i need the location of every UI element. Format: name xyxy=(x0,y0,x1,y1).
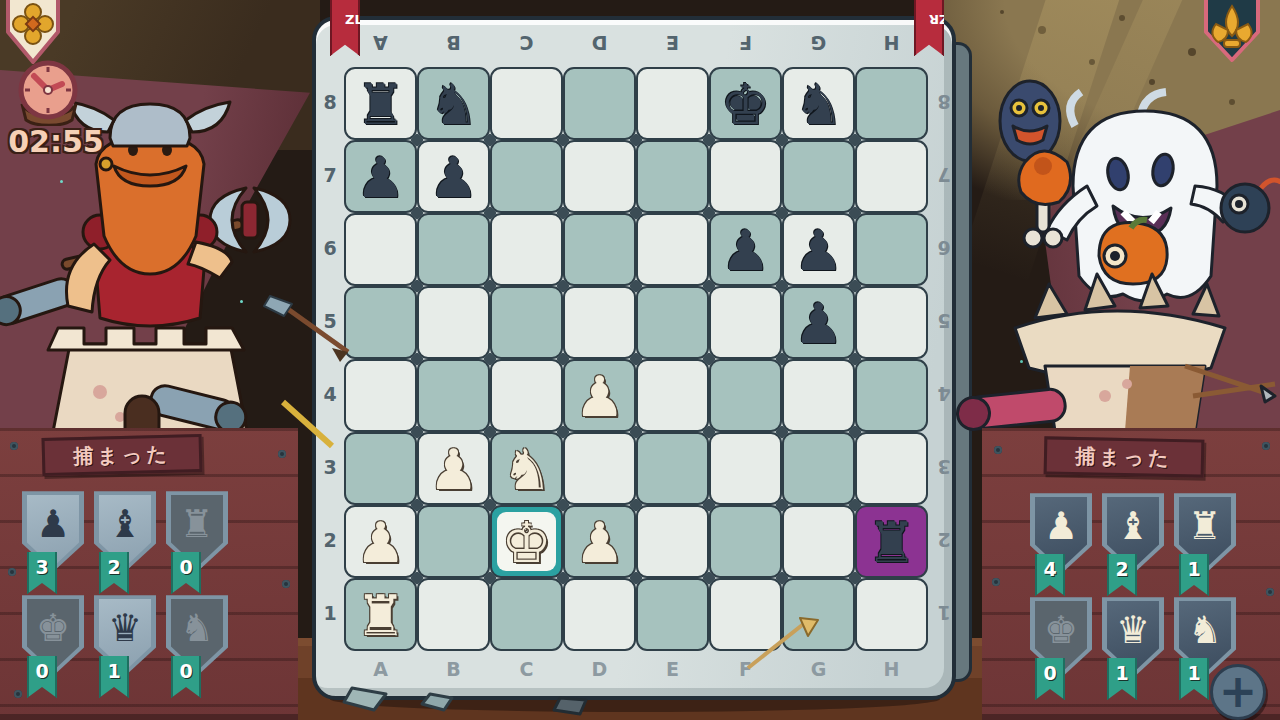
game-stage: ♜♞♚♞♟♟♟♟♟♟♟♞♟♚♟♜♜ AABBCCDDEEFFGGHH887766… xyxy=(0,0,1280,720)
square-d2[interactable]: ♟ xyxy=(563,505,636,578)
white-rook: ♜ xyxy=(346,580,415,649)
rank-label-right-6: 6 xyxy=(932,237,956,259)
captured-count-white-king: 0 xyxy=(1035,658,1065,700)
captured-badge-black-bishop: ♝2 xyxy=(94,488,156,608)
white-pawn: ♟ xyxy=(419,434,488,503)
square-g3[interactable] xyxy=(782,432,855,505)
rank-label-right-8: 8 xyxy=(932,91,956,113)
captured-badge-white-pawn: ♟4 xyxy=(1030,490,1092,610)
captured-count-white-pawn: 4 xyxy=(1035,554,1065,596)
square-d8[interactable] xyxy=(563,67,636,140)
nail xyxy=(1262,442,1270,450)
square-h3[interactable] xyxy=(855,432,928,505)
rank-label-left-2: 2 xyxy=(318,529,342,551)
square-d7[interactable] xyxy=(563,140,636,213)
square-c6[interactable] xyxy=(490,213,563,286)
square-b1[interactable] xyxy=(417,578,490,651)
white-pawn: ♟ xyxy=(565,361,634,430)
black-king: ♚ xyxy=(711,69,780,138)
file-label-bottom-c: C xyxy=(490,658,563,680)
square-a3[interactable] xyxy=(344,432,417,505)
rank-label-right-1: 1 xyxy=(932,602,956,624)
black-rook: ♜ xyxy=(346,69,415,138)
square-c7[interactable] xyxy=(490,140,563,213)
square-h8[interactable] xyxy=(855,67,928,140)
captured-badge-black-king: ♚0 xyxy=(22,592,84,712)
captured-badge-black-rook: ♜0 xyxy=(166,488,228,608)
file-label-top-c: C xyxy=(490,32,563,54)
square-c4[interactable] xyxy=(490,359,563,432)
file-label-bottom-h: H xyxy=(855,658,928,680)
nail xyxy=(14,690,22,698)
square-e5[interactable] xyxy=(636,286,709,359)
square-b3[interactable]: ♟ xyxy=(417,432,490,505)
square-e1[interactable] xyxy=(636,578,709,651)
board-slab: ♜♞♚♞♟♟♟♟♟♟♟♞♟♚♟♜♜ AABBCCDDEEFFGGHH887766… xyxy=(312,16,956,700)
black-rook: ♜ xyxy=(857,507,926,576)
square-g6[interactable]: ♟ xyxy=(782,213,855,286)
captured-count-black-knight: 0 xyxy=(171,656,201,698)
square-a6[interactable] xyxy=(344,213,417,286)
square-d5[interactable] xyxy=(563,286,636,359)
square-g1[interactable] xyxy=(782,578,855,651)
captured-badge-white-bishop: ♝2 xyxy=(1102,490,1164,610)
nail xyxy=(994,446,1002,454)
square-a2[interactable]: ♟ xyxy=(344,505,417,578)
square-b4[interactable] xyxy=(417,359,490,432)
timer: 02:55 xyxy=(6,124,106,159)
black-pawn: ♟ xyxy=(346,142,415,211)
square-a8[interactable]: ♜ xyxy=(344,67,417,140)
nail xyxy=(278,450,286,458)
captured-tray-right: 捕まった + ♟4♝2♜1♚0♛1♞1 xyxy=(982,428,1280,720)
captured-count-black-bishop: 2 xyxy=(99,552,129,594)
clock-icon xyxy=(14,56,82,126)
captured-badge-black-pawn: ♟3 xyxy=(22,488,84,608)
rank-label-left-8: 8 xyxy=(318,91,342,113)
white-pawn: ♟ xyxy=(565,507,634,576)
square-e7[interactable] xyxy=(636,140,709,213)
captured-badge-white-queen: ♛1 xyxy=(1102,594,1164,714)
file-label-bottom-b: B xyxy=(417,658,490,680)
square-g8[interactable]: ♞ xyxy=(782,67,855,140)
nail xyxy=(8,568,16,576)
ghost-character xyxy=(955,66,1280,431)
captured-count-white-bishop: 2 xyxy=(1107,554,1137,596)
captured-count-black-king: 0 xyxy=(27,656,57,698)
captured-count-black-queen: 1 xyxy=(99,656,129,698)
captured-badge-black-knight: ♞0 xyxy=(166,592,228,712)
file-label-bottom-f: F xyxy=(709,658,782,680)
captured-tray-title: 捕まった xyxy=(1044,436,1205,477)
square-g4[interactable] xyxy=(782,359,855,432)
rank-label-right-5: 5 xyxy=(932,310,956,332)
black-knight: ♞ xyxy=(784,69,853,138)
square-d3[interactable] xyxy=(563,432,636,505)
captured-badge-white-king: ♚0 xyxy=(1030,594,1092,714)
rank-label-right-2: 2 xyxy=(932,529,956,551)
square-a5[interactable] xyxy=(344,286,417,359)
file-label-top-b: B xyxy=(417,32,490,54)
square-c8[interactable] xyxy=(490,67,563,140)
board-grid: ♜♞♚♞♟♟♟♟♟♟♟♞♟♚♟♜♜ xyxy=(344,67,928,651)
square-g7[interactable] xyxy=(782,140,855,213)
square-f4[interactable] xyxy=(709,359,782,432)
fleur-crest-icon[interactable] xyxy=(1202,0,1262,64)
captured-count-black-pawn: 3 xyxy=(27,552,57,594)
nail xyxy=(282,580,290,588)
file-label-top-d: D xyxy=(563,32,636,54)
square-f2[interactable] xyxy=(709,505,782,578)
square-h1[interactable] xyxy=(855,578,928,651)
captured-badge-black-queen: ♛1 xyxy=(94,592,156,712)
square-g5[interactable]: ♟ xyxy=(782,286,855,359)
nail xyxy=(10,442,18,450)
white-pawn: ♟ xyxy=(346,507,415,576)
nail xyxy=(1266,588,1274,596)
square-c5[interactable] xyxy=(490,286,563,359)
file-label-bottom-g: G xyxy=(782,658,855,680)
square-c3[interactable]: ♞ xyxy=(490,432,563,505)
square-a4[interactable] xyxy=(344,359,417,432)
square-d6[interactable] xyxy=(563,213,636,286)
square-f8[interactable]: ♚ xyxy=(709,67,782,140)
rank-label-right-7: 7 xyxy=(932,164,956,186)
square-b8[interactable]: ♞ xyxy=(417,67,490,140)
captured-count-white-knight: 1 xyxy=(1179,658,1209,700)
square-c1[interactable] xyxy=(490,578,563,651)
rank-label-left-7: 7 xyxy=(318,164,342,186)
square-d1[interactable] xyxy=(563,578,636,651)
square-h2[interactable]: ♜ xyxy=(855,505,928,578)
square-h6[interactable] xyxy=(855,213,928,286)
rank-label-left-1: 1 xyxy=(318,602,342,624)
white-king: ♚ xyxy=(492,507,561,576)
captured-count-white-queen: 1 xyxy=(1107,658,1137,700)
file-label-top-f: F xyxy=(709,32,782,54)
file-label-top-g: G xyxy=(782,32,855,54)
square-c2[interactable]: ♚ xyxy=(490,505,563,578)
rank-label-right-4: 4 xyxy=(932,383,956,405)
captured-tray-left: 捕まった ♟3♝2♜0♚0♛1♞0 xyxy=(0,428,298,720)
file-label-bottom-a: A xyxy=(344,658,417,680)
square-h7[interactable] xyxy=(855,140,928,213)
square-e3[interactable] xyxy=(636,432,709,505)
rank-label-right-3: 3 xyxy=(932,456,956,478)
square-h5[interactable] xyxy=(855,286,928,359)
captured-count-black-rook: 0 xyxy=(171,552,201,594)
square-b2[interactable] xyxy=(417,505,490,578)
square-b5[interactable] xyxy=(417,286,490,359)
captured-badge-white-rook: ♜1 xyxy=(1174,490,1236,610)
square-e8[interactable] xyxy=(636,67,709,140)
square-a1[interactable]: ♜ xyxy=(344,578,417,651)
square-f6[interactable]: ♟ xyxy=(709,213,782,286)
square-d4[interactable]: ♟ xyxy=(563,359,636,432)
square-g2[interactable] xyxy=(782,505,855,578)
nail xyxy=(992,578,1000,586)
background-speckles xyxy=(1000,10,1004,14)
black-pawn: ♟ xyxy=(784,215,853,284)
square-e2[interactable] xyxy=(636,505,709,578)
file-label-bottom-e: E xyxy=(636,658,709,680)
captured-tray-title: 捕まった xyxy=(42,434,203,476)
square-a7[interactable]: ♟ xyxy=(344,140,417,213)
square-e4[interactable] xyxy=(636,359,709,432)
rank-label-left-4: 4 xyxy=(318,383,342,405)
black-pawn: ♟ xyxy=(419,142,488,211)
square-b6[interactable] xyxy=(417,213,490,286)
square-h4[interactable] xyxy=(855,359,928,432)
black-pawn: ♟ xyxy=(784,288,853,357)
rank-label-left-6: 6 xyxy=(318,237,342,259)
plus-button[interactable]: + xyxy=(1210,664,1266,720)
file-label-bottom-d: D xyxy=(563,658,636,680)
square-e6[interactable] xyxy=(636,213,709,286)
square-b7[interactable]: ♟ xyxy=(417,140,490,213)
square-f1[interactable] xyxy=(709,578,782,651)
square-f5[interactable] xyxy=(709,286,782,359)
square-f3[interactable] xyxy=(709,432,782,505)
rank-label-left-5: 5 xyxy=(318,310,342,332)
captured-count-white-rook: 1 xyxy=(1179,554,1209,596)
file-label-top-e: E xyxy=(636,32,709,54)
black-pawn: ♟ xyxy=(711,215,780,284)
white-knight: ♞ xyxy=(492,434,561,503)
rank-label-left-3: 3 xyxy=(318,456,342,478)
square-f7[interactable] xyxy=(709,140,782,213)
black-knight: ♞ xyxy=(419,69,488,138)
